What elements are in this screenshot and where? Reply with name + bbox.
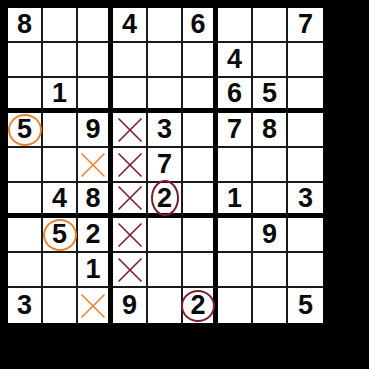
cell-r4c6[interactable]	[183, 113, 218, 148]
cell-r3c6[interactable]	[183, 78, 218, 113]
cell-r9c2[interactable]	[43, 288, 78, 323]
cell-r8c8[interactable]	[253, 253, 288, 288]
cell-r1c4[interactable]: 4	[113, 8, 148, 43]
x-mark-annotation	[116, 116, 143, 143]
cell-r5c2[interactable]	[43, 148, 78, 183]
cell-r7c4[interactable]	[113, 218, 148, 253]
cell-r2c7[interactable]: 4	[218, 43, 253, 78]
cell-r8c5[interactable]	[148, 253, 183, 288]
cell-r8c3[interactable]: 1	[78, 253, 113, 288]
cell-r8c1[interactable]	[8, 253, 43, 288]
cell-r2c8[interactable]	[253, 43, 288, 78]
cell-r4c7[interactable]: 7	[218, 113, 253, 148]
cell-r3c8[interactable]: 5	[253, 78, 288, 113]
cell-r6c7[interactable]: 1	[218, 183, 253, 218]
cell-r6c1[interactable]	[8, 183, 43, 218]
cell-r3c1[interactable]	[8, 78, 43, 113]
cell-r7c9[interactable]	[288, 218, 323, 253]
cell-r5c6[interactable]	[183, 148, 218, 183]
cell-r5c7[interactable]	[218, 148, 253, 183]
cell-r9c6[interactable]: 2	[183, 288, 218, 323]
cell-r3c7[interactable]: 6	[218, 78, 253, 113]
cell-r6c2[interactable]: 4	[43, 183, 78, 218]
cell-r9c3[interactable]	[78, 288, 113, 323]
cell-r5c5[interactable]: 7	[148, 148, 183, 183]
cell-r9c5[interactable]	[148, 288, 183, 323]
x-mark-annotation	[116, 151, 143, 178]
cell-r5c4[interactable]	[113, 148, 148, 183]
cell-r3c4[interactable]	[113, 78, 148, 113]
cell-r7c2[interactable]: 5	[43, 218, 78, 253]
circle-annotation	[8, 114, 42, 146]
cell-r4c5[interactable]: 3	[148, 113, 183, 148]
cell-r2c6[interactable]	[183, 43, 218, 78]
cell-r4c1[interactable]: 5	[8, 113, 43, 148]
circle-annotation	[181, 290, 215, 322]
cell-r1c9[interactable]: 7	[288, 8, 323, 43]
cell-r1c5[interactable]	[148, 8, 183, 43]
cell-r1c1[interactable]: 8	[8, 8, 43, 43]
cell-r7c3[interactable]: 2	[78, 218, 113, 253]
cell-r4c9[interactable]	[288, 113, 323, 148]
cell-r8c9[interactable]	[288, 253, 323, 288]
cell-r3c5[interactable]	[148, 78, 183, 113]
cell-r4c8[interactable]: 8	[253, 113, 288, 148]
cell-r7c1[interactable]	[8, 218, 43, 253]
cell-r8c2[interactable]	[43, 253, 78, 288]
cell-r8c6[interactable]	[183, 253, 218, 288]
cell-r9c8[interactable]	[253, 288, 288, 323]
cell-r2c2[interactable]	[43, 43, 78, 78]
cell-r2c5[interactable]	[148, 43, 183, 78]
x-mark-annotation	[116, 185, 143, 212]
sudoku-screen: 846741655937874821352913925	[0, 0, 369, 369]
cell-r9c4[interactable]: 9	[113, 288, 148, 323]
cell-r4c4[interactable]	[113, 113, 148, 148]
cell-r4c2[interactable]	[43, 113, 78, 148]
cell-r6c4[interactable]	[113, 183, 148, 218]
cell-r7c5[interactable]	[148, 218, 183, 253]
cell-r7c6[interactable]	[183, 218, 218, 253]
cell-r2c3[interactable]	[78, 43, 113, 78]
cell-r2c1[interactable]	[8, 43, 43, 78]
cell-r6c9[interactable]: 3	[288, 183, 323, 218]
x-mark-annotation	[116, 221, 143, 248]
cell-r9c9[interactable]: 5	[288, 288, 323, 323]
cell-r9c1[interactable]: 3	[8, 288, 43, 323]
cell-r5c1[interactable]	[8, 148, 43, 183]
cell-r6c3[interactable]: 8	[78, 183, 113, 218]
x-mark-annotation	[116, 256, 143, 283]
cell-r7c8[interactable]: 9	[253, 218, 288, 253]
cell-r2c9[interactable]	[288, 43, 323, 78]
cell-r9c7[interactable]	[218, 288, 253, 323]
cell-r2c4[interactable]	[113, 43, 148, 78]
cell-r4c3[interactable]: 9	[78, 113, 113, 148]
cell-r3c3[interactable]	[78, 78, 113, 113]
cell-r3c2[interactable]: 1	[43, 78, 78, 113]
cell-r8c4[interactable]	[113, 253, 148, 288]
cell-r1c8[interactable]	[253, 8, 288, 43]
cell-r8c7[interactable]	[218, 253, 253, 288]
circle-annotation	[43, 219, 77, 251]
cell-r7c7[interactable]	[218, 218, 253, 253]
cell-r6c5[interactable]: 2	[148, 183, 183, 218]
cell-r5c9[interactable]	[288, 148, 323, 183]
cell-r5c8[interactable]	[253, 148, 288, 183]
cell-r3c9[interactable]	[288, 78, 323, 113]
sudoku-board: 846741655937874821352913925	[0, 0, 331, 331]
cell-r1c2[interactable]	[43, 8, 78, 43]
cell-r6c6[interactable]	[183, 183, 218, 218]
cell-r1c3[interactable]	[78, 8, 113, 43]
cell-r1c6[interactable]: 6	[183, 8, 218, 43]
circle-annotation	[151, 180, 179, 216]
cell-r5c3[interactable]	[78, 148, 113, 183]
x-mark-annotation	[80, 151, 107, 178]
cell-r6c8[interactable]	[253, 183, 288, 218]
cell-r1c7[interactable]	[218, 8, 253, 43]
x-mark-annotation	[80, 292, 107, 319]
